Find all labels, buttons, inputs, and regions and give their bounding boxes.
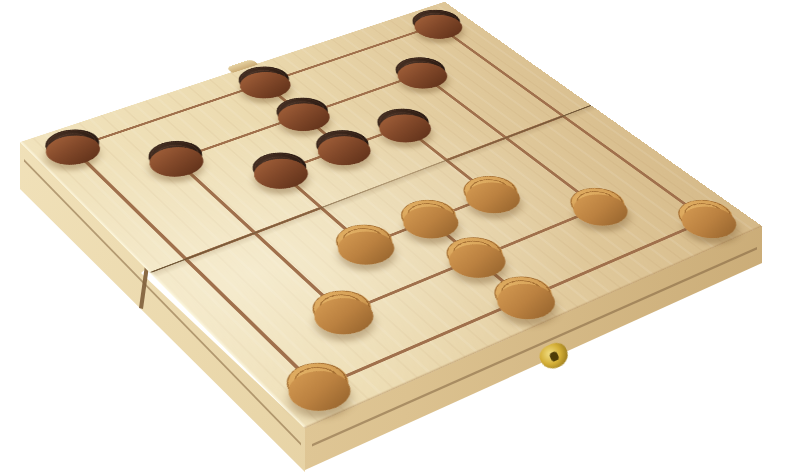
piece-light-c3[interactable]	[325, 218, 403, 264]
piece-dark-b6[interactable]	[139, 135, 212, 176]
piece-light-d1[interactable]	[483, 270, 564, 319]
piece-light-f2[interactable]	[559, 182, 635, 225]
piece-light-a1[interactable]	[275, 355, 360, 410]
piece-light-g1[interactable]	[667, 194, 744, 238]
product-photo-stage	[0, 0, 786, 473]
piece-light-d3[interactable]	[390, 194, 467, 238]
piece-dark-e5[interactable]	[367, 103, 439, 142]
piece-dark-a7[interactable]	[36, 124, 109, 164]
piece-dark-c5[interactable]	[242, 147, 316, 188]
piece-dark-g7[interactable]	[403, 5, 470, 38]
piece-dark-d6[interactable]	[267, 92, 338, 130]
mill-board-surface	[20, 2, 762, 429]
piece-dark-d5[interactable]	[306, 125, 379, 165]
piece-light-b2[interactable]	[301, 284, 383, 334]
piece-light-d2[interactable]	[435, 231, 514, 277]
board-point-grid	[20, 2, 762, 429]
piece-light-e3[interactable]	[453, 170, 528, 213]
piece-dark-f6[interactable]	[386, 52, 455, 88]
